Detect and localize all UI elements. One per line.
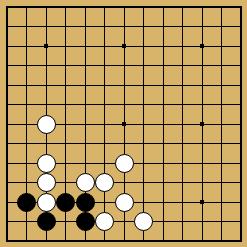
black-stone [76, 193, 95, 212]
black-stone [37, 212, 56, 231]
black-stone [76, 212, 95, 231]
go-board[interactable] [0, 0, 247, 247]
white-stone [134, 212, 153, 231]
star-point [122, 44, 126, 48]
white-stone [37, 154, 56, 173]
go-diagram-screenshot [0, 0, 247, 247]
white-stone [76, 173, 95, 192]
white-stone [37, 193, 56, 212]
white-stone [115, 154, 134, 173]
star-point [200, 200, 204, 204]
star-point [122, 122, 126, 126]
black-stone [17, 193, 36, 212]
white-stone [37, 115, 56, 134]
black-stone [56, 193, 75, 212]
star-point [200, 44, 204, 48]
white-stone [37, 173, 56, 192]
star-point [200, 122, 204, 126]
star-point [44, 44, 48, 48]
white-stone [115, 193, 134, 212]
